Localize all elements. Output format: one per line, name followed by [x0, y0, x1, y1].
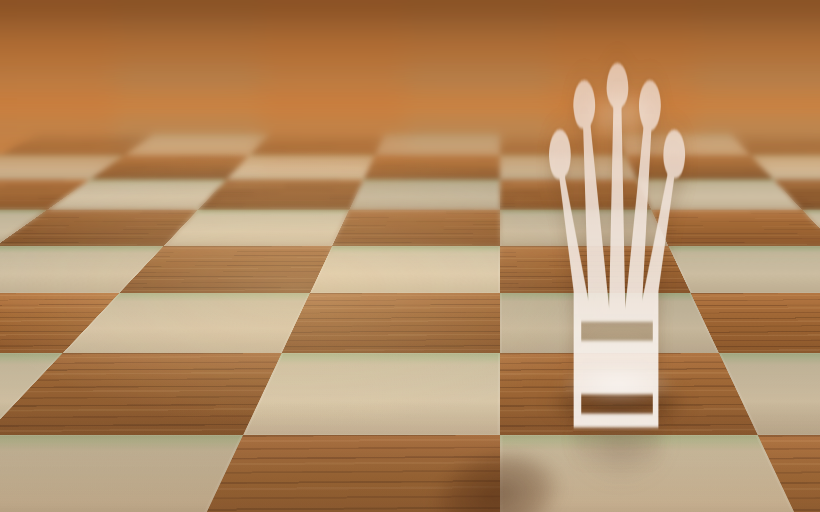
piece-crown-highlight	[566, 78, 676, 148]
depth-blur-overlay-far	[0, 0, 820, 113]
piece-base-highlight	[540, 358, 696, 410]
photo-scene: ♛	[0, 0, 820, 512]
piece-reflection	[556, 412, 686, 512]
